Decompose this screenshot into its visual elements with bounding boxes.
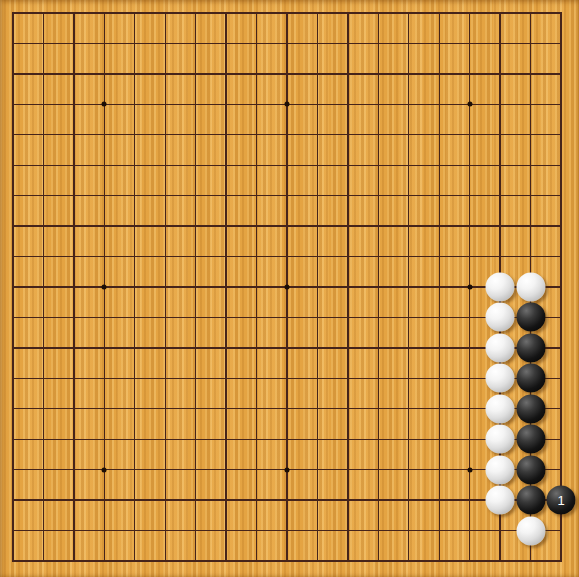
- grid-line-horizontal: [12, 408, 562, 409]
- white-stone: [486, 455, 515, 484]
- black-stone: [516, 486, 545, 515]
- grid-line-horizontal: [12, 530, 562, 531]
- star-point: [467, 102, 472, 107]
- grid-line-vertical: [408, 12, 409, 562]
- black-stone: [516, 394, 545, 423]
- grid-line-vertical: [347, 12, 348, 562]
- go-board-screenshot: 1: [0, 0, 579, 577]
- grid-line-horizontal: [12, 378, 562, 379]
- black-stone: [516, 303, 545, 332]
- black-stone: [516, 333, 545, 362]
- white-stone: [486, 364, 515, 393]
- star-point: [467, 285, 472, 290]
- star-point: [285, 102, 290, 107]
- black-stone-marked: 1: [547, 486, 576, 515]
- white-stone: [486, 303, 515, 332]
- move-number-label: 1: [557, 494, 564, 507]
- white-stone: [486, 273, 515, 302]
- black-stone: [516, 455, 545, 484]
- white-stone: [486, 333, 515, 362]
- grid-line-horizontal: [12, 499, 562, 500]
- white-stone: [516, 516, 545, 545]
- black-stone: [516, 425, 545, 454]
- black-stone: [516, 364, 545, 393]
- grid-line-horizontal: [12, 439, 562, 440]
- star-point: [102, 467, 107, 472]
- white-stone: [516, 273, 545, 302]
- grid-line-horizontal: [12, 347, 562, 348]
- star-point: [102, 102, 107, 107]
- white-stone: [486, 486, 515, 515]
- grid-line-vertical: [317, 12, 318, 562]
- white-stone: [486, 425, 515, 454]
- grid-line-horizontal: [12, 560, 562, 562]
- star-point: [285, 467, 290, 472]
- grid-line-vertical: [378, 12, 379, 562]
- grid-line-horizontal: [12, 317, 562, 318]
- grid-line-vertical: [439, 12, 440, 562]
- go-board[interactable]: 1: [13, 13, 561, 561]
- star-point: [467, 467, 472, 472]
- star-point: [285, 285, 290, 290]
- star-point: [102, 285, 107, 290]
- white-stone: [486, 394, 515, 423]
- grid-line-vertical: [560, 12, 562, 562]
